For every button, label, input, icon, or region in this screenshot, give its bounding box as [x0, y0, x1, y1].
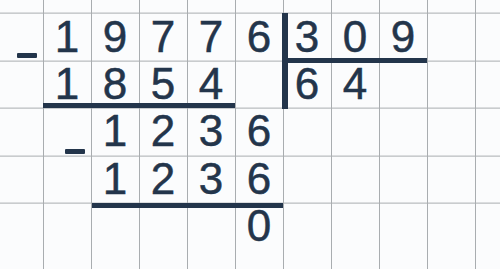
- digit-cell: 1: [43, 60, 91, 107]
- minus-sign: [17, 53, 37, 58]
- digit-cell: 2: [139, 108, 187, 155]
- digit-cell: 7: [187, 13, 235, 60]
- digit-cell: 2: [139, 155, 187, 202]
- digit-cell: 6: [235, 13, 283, 60]
- divisor-underline: [282, 58, 427, 63]
- digit-cell: 5: [139, 60, 187, 107]
- subtraction-underline-1: [43, 103, 235, 108]
- digit-cell: 3: [283, 13, 331, 60]
- digit-cell: 1: [43, 13, 91, 60]
- digit-cell: 8: [91, 60, 139, 107]
- digit-cell: 4: [187, 60, 235, 107]
- digit-cell: 6: [235, 108, 283, 155]
- digit-cell: 6: [235, 155, 283, 202]
- digit-cell: 0: [331, 13, 379, 60]
- subtraction-underline-2: [92, 203, 283, 208]
- digit-cell: 4: [331, 60, 379, 107]
- long-division-worksheet: 19776309185464123612360: [0, 0, 500, 269]
- digit-cell: 7: [139, 13, 187, 60]
- digit-cell: 3: [187, 155, 235, 202]
- long-division-board: 19776309185464123612360: [0, 0, 500, 269]
- digit-cell: 9: [91, 13, 139, 60]
- digit-cell: 0: [235, 203, 283, 250]
- minus-sign: [65, 149, 85, 154]
- digit-cell: 3: [187, 108, 235, 155]
- digit-cell: 9: [379, 13, 427, 60]
- digit-cell: 1: [91, 108, 139, 155]
- digit-cell: 1: [91, 155, 139, 202]
- digit-cell: 6: [283, 60, 331, 107]
